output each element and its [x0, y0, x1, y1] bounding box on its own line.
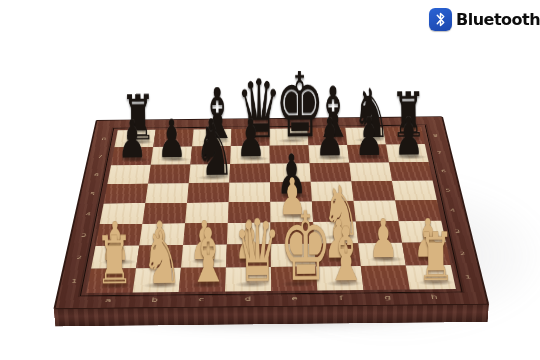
square-d7: ♟ — [230, 146, 270, 164]
square-d1: ♛ — [225, 267, 271, 292]
bluetooth-wordmark: Bluetooth® — [456, 10, 540, 29]
square-a1: ♜ — [86, 268, 136, 293]
square-b5 — [145, 183, 188, 203]
file-label-d: d — [225, 295, 272, 301]
black-pawn-g7: ♟ — [354, 116, 382, 158]
white-bishop-c1: ♝ — [187, 227, 216, 287]
square-c1: ♝ — [179, 267, 226, 292]
bluetooth-rune-icon — [429, 8, 452, 31]
black-pawn-a7: ♟ — [117, 119, 145, 161]
bluetooth-logo: Bluetooth® — [429, 6, 540, 32]
square-a7: ♟ — [111, 147, 153, 165]
square-f7: ♟ — [308, 145, 349, 163]
rank-label-6: 6 — [439, 162, 448, 181]
square-c6: ♞ — [189, 164, 230, 183]
file-label-c: c — [178, 296, 225, 302]
square-b7: ♟ — [151, 147, 192, 165]
white-knight-b1: ♞ — [141, 229, 170, 287]
white-bishop-f1: ♝ — [325, 225, 354, 285]
black-knight-c6: ♞ — [195, 122, 224, 179]
square-b1: ♞ — [133, 268, 181, 293]
black-pawn-f7: ♟ — [315, 117, 343, 159]
rank-label-5: 5 — [88, 184, 97, 204]
square-b6 — [148, 164, 190, 183]
file-label-f: f — [318, 294, 365, 300]
rank-label-6: 6 — [92, 165, 101, 184]
square-h1: ♜ — [406, 265, 456, 289]
rank-label-1: 1 — [462, 265, 473, 289]
board-front-edge — [54, 304, 489, 327]
rank-label-2: 2 — [457, 242, 468, 265]
square-g1 — [361, 265, 410, 289]
square-g7: ♟ — [347, 144, 389, 162]
white-king-e1: ♚ — [279, 210, 308, 286]
rank-label-8: 8 — [431, 127, 440, 144]
board-grid: ♜♝♛♚♝♞♜♟♟♟♟♟♟♟♞♟♟♞♟♟♟♟♟♟♟♜♞♝♛♚♝♜ — [86, 127, 455, 293]
chess-board-frame: ♜♝♛♚♝♞♜♟♟♟♟♟♟♟♞♟♟♞♟♟♟♟♟♟♟♜♞♝♛♚♝♜ abcdefg… — [53, 116, 489, 309]
white-rook-a1: ♜ — [96, 234, 125, 287]
file-label-e: e — [271, 295, 318, 301]
rank-label-2: 2 — [74, 246, 84, 269]
square-h5 — [392, 181, 437, 201]
file-label-h: h — [410, 293, 458, 299]
file-label-b: b — [131, 296, 178, 302]
square-a5 — [104, 184, 148, 204]
white-queen-d1: ♛ — [233, 217, 262, 286]
rank-label-4: 4 — [83, 204, 92, 225]
black-pawn-d7: ♟ — [236, 118, 264, 160]
rank-label-5: 5 — [443, 180, 453, 200]
file-label-a: a — [84, 297, 132, 303]
square-d6 — [229, 164, 270, 183]
black-pawn-b7: ♟ — [157, 118, 185, 160]
rank-label-7: 7 — [435, 144, 444, 162]
rank-label-8: 8 — [100, 130, 108, 147]
square-h7: ♟ — [386, 144, 429, 162]
square-h6 — [389, 162, 433, 181]
rank-label-7: 7 — [96, 147, 105, 165]
rank-label-1: 1 — [69, 269, 80, 293]
file-label-g: g — [364, 294, 411, 300]
square-c5 — [187, 183, 229, 203]
black-pawn-h7: ♟ — [394, 116, 422, 158]
square-a6 — [107, 165, 150, 184]
square-d5 — [229, 182, 271, 202]
board-scene: ♜♝♛♚♝♞♜♟♟♟♟♟♟♟♞♟♟♞♟♟♟♟♟♟♟♜♞♝♛♚♝♜ abcdefg… — [0, 0, 540, 360]
white-rook-h1: ♜ — [417, 231, 446, 284]
white-pawn-g2: ♟ — [368, 218, 396, 261]
rank-label-3: 3 — [79, 224, 89, 246]
